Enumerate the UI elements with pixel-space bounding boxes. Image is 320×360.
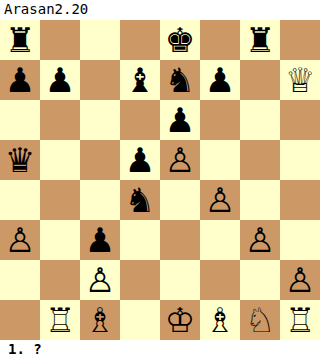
square-e6[interactable]: ♟ <box>160 100 200 140</box>
square-b7[interactable]: ♟ <box>40 60 80 100</box>
square-a1[interactable] <box>0 300 40 340</box>
square-a4[interactable] <box>0 180 40 220</box>
square-c4[interactable] <box>80 180 120 220</box>
square-f8[interactable] <box>200 20 240 60</box>
black-knight-piece[interactable]: ♞ <box>125 180 155 220</box>
square-f6[interactable] <box>200 100 240 140</box>
square-a5[interactable]: ♛ <box>0 140 40 180</box>
square-h3[interactable] <box>280 220 320 260</box>
square-e4[interactable] <box>160 180 200 220</box>
square-g1[interactable]: ♘ <box>240 300 280 340</box>
square-c3[interactable]: ♟ <box>80 220 120 260</box>
white-bishop-piece[interactable]: ♗ <box>85 300 115 340</box>
chess-board: ♜♚♜♟♟♝♞♟♕♟♛♟♙♞♙♙♟♙♙♙♖♗♔♗♘♖ <box>0 20 320 340</box>
square-a3[interactable]: ♙ <box>0 220 40 260</box>
square-d3[interactable] <box>120 220 160 260</box>
white-pawn-piece[interactable]: ♙ <box>285 260 315 300</box>
square-d4[interactable]: ♞ <box>120 180 160 220</box>
square-g4[interactable] <box>240 180 280 220</box>
square-b5[interactable] <box>40 140 80 180</box>
square-h8[interactable] <box>280 20 320 60</box>
square-c7[interactable] <box>80 60 120 100</box>
square-d7[interactable]: ♝ <box>120 60 160 100</box>
square-d8[interactable] <box>120 20 160 60</box>
black-pawn-piece[interactable]: ♟ <box>45 60 75 100</box>
white-pawn-piece[interactable]: ♙ <box>245 220 275 260</box>
white-pawn-piece[interactable]: ♙ <box>205 180 235 220</box>
white-pawn-piece[interactable]: ♙ <box>165 140 195 180</box>
square-b4[interactable] <box>40 180 80 220</box>
square-h1[interactable]: ♖ <box>280 300 320 340</box>
black-queen-piece[interactable]: ♛ <box>5 140 35 180</box>
black-knight-piece[interactable]: ♞ <box>165 60 195 100</box>
square-c5[interactable] <box>80 140 120 180</box>
white-knight-piece[interactable]: ♘ <box>245 300 275 340</box>
square-g2[interactable] <box>240 260 280 300</box>
square-g5[interactable] <box>240 140 280 180</box>
white-rook-piece[interactable]: ♖ <box>45 300 75 340</box>
square-f3[interactable] <box>200 220 240 260</box>
white-bishop-piece[interactable]: ♗ <box>205 300 235 340</box>
white-king-piece[interactable]: ♔ <box>165 300 195 340</box>
square-h7[interactable]: ♕ <box>280 60 320 100</box>
square-f5[interactable] <box>200 140 240 180</box>
black-pawn-piece[interactable]: ♟ <box>5 60 35 100</box>
square-e8[interactable]: ♚ <box>160 20 200 60</box>
arasan-window: Arasan2.20 ♜♚♜♟♟♝♞♟♕♟♛♟♙♞♙♙♟♙♙♙♖♗♔♗♘♖ 1.… <box>0 0 320 360</box>
square-g3[interactable]: ♙ <box>240 220 280 260</box>
square-a8[interactable]: ♜ <box>0 20 40 60</box>
square-h5[interactable] <box>280 140 320 180</box>
move-prompt: 1. ? <box>0 340 320 360</box>
black-rook-piece[interactable]: ♜ <box>245 20 275 60</box>
square-f4[interactable]: ♙ <box>200 180 240 220</box>
square-e7[interactable]: ♞ <box>160 60 200 100</box>
square-g6[interactable] <box>240 100 280 140</box>
square-g8[interactable]: ♜ <box>240 20 280 60</box>
square-g7[interactable] <box>240 60 280 100</box>
square-a6[interactable] <box>0 100 40 140</box>
square-b6[interactable] <box>40 100 80 140</box>
square-h6[interactable] <box>280 100 320 140</box>
square-h4[interactable] <box>280 180 320 220</box>
black-bishop-piece[interactable]: ♝ <box>125 60 155 100</box>
square-b2[interactable] <box>40 260 80 300</box>
window-title: Arasan2.20 <box>0 0 320 20</box>
square-f2[interactable] <box>200 260 240 300</box>
black-pawn-piece[interactable]: ♟ <box>165 100 195 140</box>
square-e3[interactable] <box>160 220 200 260</box>
square-b3[interactable] <box>40 220 80 260</box>
square-d1[interactable] <box>120 300 160 340</box>
square-d6[interactable] <box>120 100 160 140</box>
black-king-piece[interactable]: ♚ <box>165 20 195 60</box>
black-pawn-piece[interactable]: ♟ <box>205 60 235 100</box>
square-e1[interactable]: ♔ <box>160 300 200 340</box>
square-f7[interactable]: ♟ <box>200 60 240 100</box>
square-d5[interactable]: ♟ <box>120 140 160 180</box>
square-a2[interactable] <box>0 260 40 300</box>
square-c8[interactable] <box>80 20 120 60</box>
white-pawn-piece[interactable]: ♙ <box>5 220 35 260</box>
white-rook-piece[interactable]: ♖ <box>285 300 315 340</box>
white-queen-piece[interactable]: ♕ <box>285 60 315 100</box>
black-pawn-piece[interactable]: ♟ <box>85 220 115 260</box>
square-b8[interactable] <box>40 20 80 60</box>
square-c2[interactable]: ♙ <box>80 260 120 300</box>
square-f1[interactable]: ♗ <box>200 300 240 340</box>
square-c6[interactable] <box>80 100 120 140</box>
square-d2[interactable] <box>120 260 160 300</box>
black-pawn-piece[interactable]: ♟ <box>125 140 155 180</box>
square-e2[interactable] <box>160 260 200 300</box>
square-c1[interactable]: ♗ <box>80 300 120 340</box>
black-rook-piece[interactable]: ♜ <box>5 20 35 60</box>
square-b1[interactable]: ♖ <box>40 300 80 340</box>
square-e5[interactable]: ♙ <box>160 140 200 180</box>
square-h2[interactable]: ♙ <box>280 260 320 300</box>
square-a7[interactable]: ♟ <box>0 60 40 100</box>
white-pawn-piece[interactable]: ♙ <box>85 260 115 300</box>
